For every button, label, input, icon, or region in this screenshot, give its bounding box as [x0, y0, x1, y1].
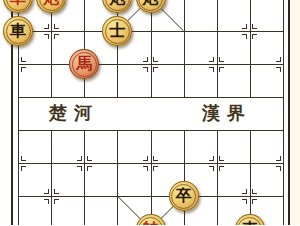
grid-cell: [251, 65, 284, 98]
grid-cell: [118, 164, 151, 197]
piece-character: 炮: [39, 0, 64, 11]
grid-cell: [218, 164, 251, 197]
grid-cell: [118, 65, 151, 98]
grid-cell: [85, 164, 118, 197]
grid-cell: [85, 197, 118, 225]
river-label-han: 漢界: [202, 102, 252, 124]
xiangqi-board[interactable]: 楚河 漢界 車炮炮炮車士馬卒帥車: [0, 0, 300, 225]
grid-cell: [218, 131, 251, 164]
river-label-chu: 楚河: [49, 102, 99, 124]
black-soldier-f7[interactable]: 卒: [169, 181, 199, 211]
piece-character: 車: [237, 217, 262, 226]
grid-cell: [19, 164, 52, 197]
grid-cell: [85, 131, 118, 164]
wood-margin: [291, 0, 300, 225]
grid-cell: [19, 98, 52, 131]
grid-cell: [19, 131, 52, 164]
grid-cell: [218, 65, 251, 98]
grid-cell: [251, 32, 284, 65]
piece-character: 車: [6, 0, 31, 11]
grid-cell: [52, 131, 85, 164]
grid-cell: [52, 164, 85, 197]
grid-cell: [118, 131, 151, 164]
grid-cell: [251, 164, 284, 197]
grid-cell: [185, 131, 218, 164]
grid-cell: [185, 0, 218, 32]
piece-character: 馬: [72, 52, 97, 77]
piece-character: 炮: [105, 0, 130, 11]
grid-cell: [52, 197, 85, 225]
piece-character: 炮: [138, 0, 163, 11]
piece-character: 帥: [138, 217, 163, 226]
piece-character: 卒: [171, 184, 196, 209]
grid-cell: [19, 197, 52, 225]
piece-character: 士: [105, 19, 130, 44]
grid-cell: [152, 131, 185, 164]
grid-cell: [218, 0, 251, 32]
piece-character: 車: [6, 19, 31, 44]
grid-cell: [152, 65, 185, 98]
grid-cell: [152, 98, 185, 131]
grid-cell: [185, 32, 218, 65]
grid-cell: [218, 32, 251, 65]
grid-cell: [118, 98, 151, 131]
grid-cell: [251, 98, 284, 131]
black-chariot-a2[interactable]: 車: [3, 16, 33, 46]
grid-cell: [152, 32, 185, 65]
grid-cell: [251, 131, 284, 164]
grid-cell: [19, 65, 52, 98]
grid-cell: [185, 65, 218, 98]
grid-cell: [251, 0, 284, 32]
